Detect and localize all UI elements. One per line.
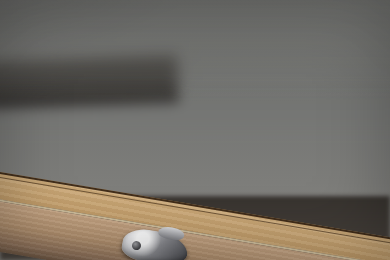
clasp-screw [131,240,141,250]
atmospheric-tint [0,0,390,120]
checkers-photo-scene [0,0,390,260]
clasp-latch [120,226,190,260]
